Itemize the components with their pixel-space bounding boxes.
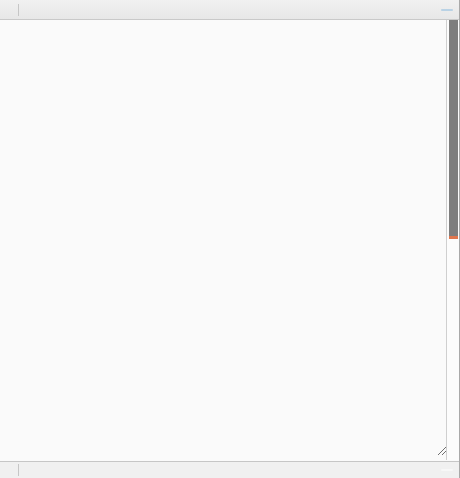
chess-board [0,20,446,455]
scrollbar-accent [449,236,458,239]
scrollbar-thumb[interactable] [449,20,458,236]
bottom-player-bar [0,461,459,478]
board-resize-handle[interactable] [435,444,448,457]
top-player-bar [0,0,459,20]
divider [18,4,19,16]
scrollbar-track[interactable] [446,20,459,460]
board-area [0,20,459,460]
chess-broadcast-window [0,0,460,478]
divider [18,464,19,476]
bottom-player-clock [441,469,453,471]
top-player-clock [441,9,453,11]
